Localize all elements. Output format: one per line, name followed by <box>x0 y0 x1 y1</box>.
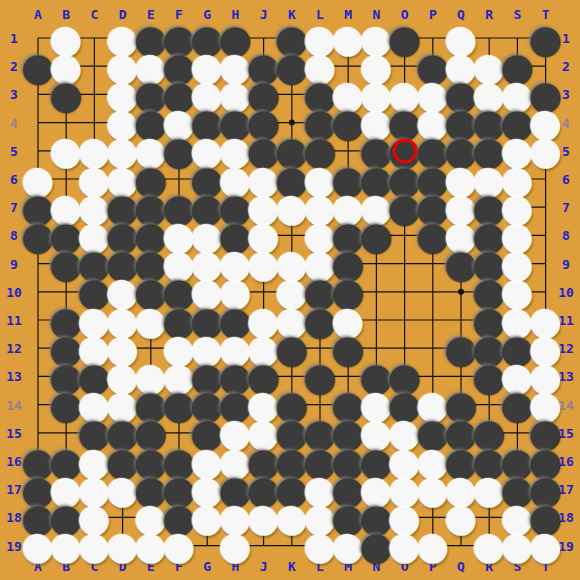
row-label-left-15: 15 <box>6 425 22 440</box>
black-stone-M12[interactable]: ● <box>334 334 363 363</box>
intersection-C3[interactable] <box>80 80 108 108</box>
intersection-P12[interactable] <box>419 334 447 362</box>
black-stone-F5[interactable]: ● <box>165 136 194 165</box>
intersection-O10[interactable] <box>391 278 419 306</box>
col-label-bottom-G: G <box>203 559 211 574</box>
white-stone-M1[interactable]: ● <box>334 24 363 53</box>
intersection-C1[interactable] <box>80 24 108 52</box>
black-stone-R13[interactable]: ● <box>475 362 504 391</box>
white-stone-P17[interactable]: ● <box>418 475 447 504</box>
row-label-left-14: 14 <box>6 397 22 412</box>
col-label-top-R: R <box>485 7 493 22</box>
row-label-left-9: 9 <box>10 256 18 271</box>
white-stone-K7[interactable]: ● <box>277 193 306 222</box>
white-stone-E11[interactable]: ● <box>136 306 165 335</box>
intersection-T8[interactable] <box>532 221 560 249</box>
row-label-left-2: 2 <box>10 59 18 74</box>
black-stone-B3[interactable]: ● <box>52 80 81 109</box>
white-stone-J9[interactable]: ● <box>249 249 278 278</box>
row-label-right-10: 10 <box>558 284 574 299</box>
intersection-A10[interactable] <box>24 278 52 306</box>
white-stone-D19[interactable]: ● <box>108 531 137 560</box>
white-stone-Q18[interactable]: ● <box>447 503 476 532</box>
intersection-O8[interactable] <box>391 221 419 249</box>
intersection-Q10[interactable] <box>447 278 475 306</box>
col-label-bottom-Q: Q <box>457 559 465 574</box>
black-stone-O7[interactable]: ● <box>390 193 419 222</box>
row-label-right-1: 1 <box>562 31 570 46</box>
black-stone-L11[interactable]: ● <box>306 306 335 335</box>
intersection-N10[interactable] <box>362 278 390 306</box>
row-label-left-12: 12 <box>6 341 22 356</box>
intersection-A11[interactable] <box>24 306 52 334</box>
intersection-A13[interactable] <box>24 362 52 390</box>
row-label-left-3: 3 <box>10 87 18 102</box>
white-stone-H19[interactable]: ● <box>221 531 250 560</box>
intersection-G19[interactable] <box>193 532 221 560</box>
row-label-right-6: 6 <box>562 172 570 187</box>
white-stone-J18[interactable]: ● <box>249 503 278 532</box>
white-stone-O19[interactable]: ● <box>390 531 419 560</box>
black-stone-F14[interactable]: ● <box>165 390 194 419</box>
intersection-O11[interactable] <box>391 306 419 334</box>
col-label-top-P: P <box>429 7 437 22</box>
row-label-left-11: 11 <box>6 313 22 328</box>
row-label-right-3: 3 <box>562 87 570 102</box>
row-label-left-5: 5 <box>10 143 18 158</box>
black-stone-Q12[interactable]: ● <box>447 334 476 363</box>
row-label-right-5: 5 <box>562 143 570 158</box>
intersection-P11[interactable] <box>419 306 447 334</box>
intersection-A3[interactable] <box>24 80 52 108</box>
col-label-bottom-K: K <box>288 559 296 574</box>
black-stone-A2[interactable]: ● <box>24 52 53 81</box>
intersection-P9[interactable] <box>419 250 447 278</box>
intersection-A14[interactable] <box>24 391 52 419</box>
black-stone-T1[interactable]: ● <box>531 24 560 53</box>
intersection-K19[interactable] <box>278 532 306 560</box>
intersection-N11[interactable] <box>362 306 390 334</box>
black-stone-N8[interactable]: ● <box>362 221 391 250</box>
intersection-T7[interactable] <box>532 193 560 221</box>
col-label-top-A: A <box>34 7 42 22</box>
last-move-marker <box>392 138 417 163</box>
white-stone-C19[interactable]: ● <box>80 531 109 560</box>
white-stone-T5[interactable]: ● <box>531 136 560 165</box>
black-stone-B9[interactable]: ● <box>52 249 81 278</box>
row-label-left-6: 6 <box>10 172 18 187</box>
col-label-top-J: J <box>260 7 268 22</box>
go-board: AABBCCDDEEFFGGHHJJKKLLMMNNOOPPQQRRSSTT11… <box>0 0 580 580</box>
black-stone-Q9[interactable]: ● <box>447 249 476 278</box>
white-stone-L19[interactable]: ● <box>306 531 335 560</box>
row-label-left-19: 19 <box>6 538 22 553</box>
intersection-A4[interactable] <box>24 109 52 137</box>
white-stone-G18[interactable]: ● <box>193 503 222 532</box>
white-stone-E19[interactable]: ● <box>136 531 165 560</box>
intersection-K3[interactable] <box>278 80 306 108</box>
white-stone-P19[interactable]: ● <box>418 531 447 560</box>
intersection-T9[interactable] <box>532 250 560 278</box>
white-stone-B19[interactable]: ● <box>52 531 81 560</box>
row-label-right-8: 8 <box>562 228 570 243</box>
black-stone-B14[interactable]: ● <box>52 390 81 419</box>
row-label-right-9: 9 <box>562 256 570 271</box>
intersection-T6[interactable] <box>532 165 560 193</box>
intersection-A9[interactable] <box>24 250 52 278</box>
black-stone-N19[interactable]: ● <box>362 531 391 560</box>
intersection-N9[interactable] <box>362 250 390 278</box>
col-label-top-C: C <box>90 7 98 22</box>
row-label-left-4: 4 <box>10 115 18 130</box>
intersection-J19[interactable] <box>250 532 278 560</box>
intersection-C2[interactable] <box>80 52 108 80</box>
row-label-left-10: 10 <box>6 284 22 299</box>
row-label-left-18: 18 <box>6 510 22 525</box>
black-stone-P8[interactable]: ● <box>418 221 447 250</box>
black-stone-K12[interactable]: ● <box>277 334 306 363</box>
col-label-bottom-J: J <box>260 559 268 574</box>
white-stone-A19[interactable]: ● <box>24 531 53 560</box>
white-stone-B5[interactable]: ● <box>52 136 81 165</box>
row-label-left-16: 16 <box>6 454 22 469</box>
white-stone-R19[interactable]: ● <box>475 531 504 560</box>
intersection-A12[interactable] <box>24 334 52 362</box>
intersection-O9[interactable] <box>391 250 419 278</box>
row-label-left-7: 7 <box>10 200 18 215</box>
white-stone-M19[interactable]: ● <box>334 531 363 560</box>
row-label-left-13: 13 <box>6 369 22 384</box>
black-stone-S14[interactable]: ● <box>503 390 532 419</box>
black-stone-A8[interactable]: ● <box>24 221 53 250</box>
intersection-Q19[interactable] <box>447 532 475 560</box>
row-label-right-2: 2 <box>562 59 570 74</box>
row-label-left-1: 1 <box>10 31 18 46</box>
row-label-right-4: 4 <box>562 115 570 130</box>
white-stone-D17[interactable]: ● <box>108 475 137 504</box>
white-stone-R17[interactable]: ● <box>475 475 504 504</box>
black-stone-O1[interactable]: ● <box>390 24 419 53</box>
row-label-left-17: 17 <box>6 482 22 497</box>
black-stone-L13[interactable]: ● <box>306 362 335 391</box>
row-label-right-7: 7 <box>562 200 570 215</box>
col-label-top-S: S <box>513 7 521 22</box>
white-stone-S19[interactable]: ● <box>503 531 532 560</box>
black-stone-K2[interactable]: ● <box>277 52 306 81</box>
black-stone-M4[interactable]: ● <box>334 108 363 137</box>
row-label-left-8: 8 <box>10 228 18 243</box>
white-stone-F19[interactable]: ● <box>165 531 194 560</box>
white-stone-K18[interactable]: ● <box>277 503 306 532</box>
white-stone-T19[interactable]: ● <box>531 531 560 560</box>
intersection-P10[interactable] <box>419 278 447 306</box>
